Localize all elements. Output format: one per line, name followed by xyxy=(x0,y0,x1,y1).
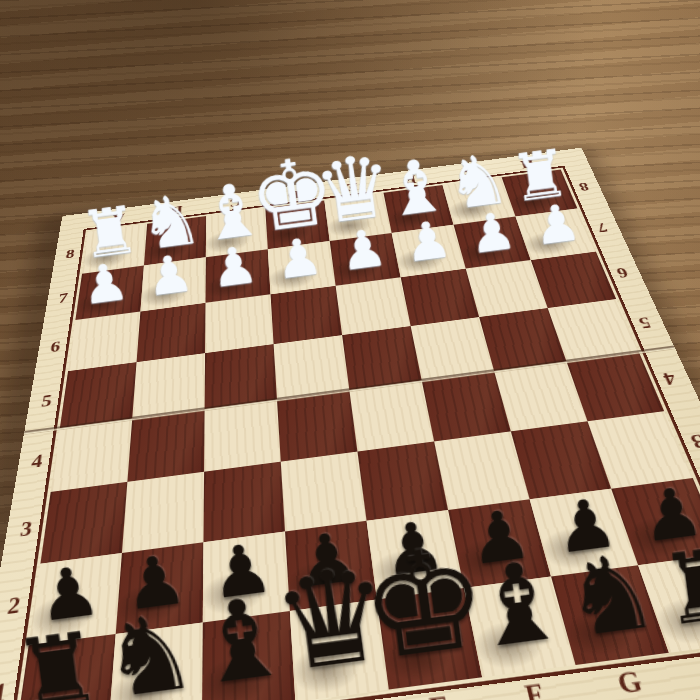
square-g6 xyxy=(466,260,548,317)
board-rotation-wrapper: ABCDEFGH ABCDEFGH 87654321 87654321 ♜♞♝♚… xyxy=(0,0,700,700)
square-c6 xyxy=(205,294,274,353)
square-e4 xyxy=(349,381,434,452)
square-h1: ♜ xyxy=(638,554,700,653)
square-d6 xyxy=(271,286,343,344)
black-king-e1: ♚ xyxy=(328,525,521,680)
photo-scene: ABCDEFGH ABCDEFGH 87654321 87654321 ♜♞♝♚… xyxy=(0,0,700,700)
chess-board: ABCDEFGH ABCDEFGH 87654321 87654321 ♜♞♝♚… xyxy=(0,148,700,700)
square-a1: ♜ xyxy=(15,634,115,700)
square-g4 xyxy=(494,361,587,431)
square-c4 xyxy=(204,400,281,472)
black-rook-a1: ♜ xyxy=(0,615,151,700)
square-e1: ♚ xyxy=(377,588,482,690)
board-top-surface: ABCDEFGH ABCDEFGH 87654321 87654321 ♜♞♝♚… xyxy=(0,148,700,700)
square-b6 xyxy=(137,303,206,362)
square-e6 xyxy=(336,277,411,335)
square-d4 xyxy=(277,390,357,462)
square-b4 xyxy=(127,409,204,482)
perspective-wrapper: ABCDEFGH ABCDEFGH 87654321 87654321 ♜♞♝♚… xyxy=(0,0,700,700)
